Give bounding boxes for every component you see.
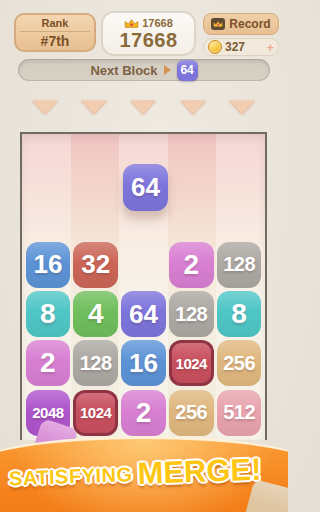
tile-2: 2 (121, 390, 165, 436)
next-block-tile: 64 (177, 60, 198, 81)
banner-word-merge: MERGE! (137, 452, 262, 492)
tile-128: 128 (217, 242, 261, 288)
tile-1024: 1024 (73, 390, 117, 436)
drop-arrow-icon (81, 100, 107, 114)
next-block-label: Next Block (90, 63, 157, 78)
record-crown-icon (211, 18, 225, 30)
tile-64: 64 (121, 291, 165, 337)
promo-banner: SATISFYING MERGE! (0, 436, 288, 512)
stack-grid: 1632212884641288212816102425620481024225… (24, 240, 263, 438)
rank-value: #7th (41, 32, 70, 50)
tile-1024: 1024 (169, 340, 213, 386)
banner-word-satisfying: SATISFYING (9, 463, 133, 490)
tile-16: 16 (26, 242, 70, 288)
next-block-arrow-icon (164, 65, 171, 75)
tile-128: 128 (169, 291, 213, 337)
game-board[interactable]: 64 1632212884641288212816102425620481024… (20, 132, 267, 440)
tile-2: 2 (26, 340, 70, 386)
record-badge: Record (203, 13, 279, 35)
tile-2: 2 (169, 242, 213, 288)
drop-arrow-icon (180, 100, 206, 114)
rank-badge[interactable]: Rank #7th (14, 13, 96, 52)
falling-tile: 64 (123, 164, 168, 211)
tile-256: 256 (217, 340, 261, 386)
next-block-bar: Next Block 64 (18, 59, 270, 81)
rank-label: Rank (20, 15, 90, 32)
tile-32: 32 (73, 242, 117, 288)
record-label: Record (229, 17, 270, 31)
tile-128: 128 (73, 340, 117, 386)
tile-8: 8 (26, 291, 70, 337)
crown-score: 17668 (142, 17, 173, 29)
drop-arrow-icon (130, 100, 156, 114)
coin-count: 327 (225, 40, 245, 54)
tile-256: 256 (169, 390, 213, 436)
crown-icon (124, 18, 139, 29)
tile-512: 512 (217, 390, 261, 436)
add-coins-button[interactable]: + (266, 41, 274, 54)
score-panel: 17668 17668 (101, 11, 196, 56)
drop-arrow-icon (229, 100, 255, 114)
tile-4: 4 (73, 291, 117, 337)
drop-arrow-icon (32, 100, 58, 114)
coin-icon (208, 40, 222, 54)
tile-8: 8 (217, 291, 261, 337)
tile-16: 16 (121, 340, 165, 386)
drop-arrows (20, 100, 267, 114)
coin-bar: 327 + (203, 38, 279, 56)
score-value: 17668 (119, 30, 177, 50)
